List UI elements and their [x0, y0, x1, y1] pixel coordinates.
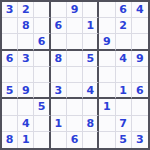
- cell-r1c5-given[interactable]: 9: [67, 2, 83, 18]
- cell-r6c2-given[interactable]: 9: [18, 83, 34, 99]
- cell-r5c8-empty[interactable]: [116, 67, 132, 83]
- cell-r8c8-given[interactable]: 7: [116, 116, 132, 132]
- cell-r7c7-given[interactable]: 1: [99, 99, 115, 115]
- cell-r2c6-given[interactable]: 1: [83, 18, 99, 34]
- cell-r5c6-empty[interactable]: [83, 67, 99, 83]
- cell-r7c2-empty[interactable]: [18, 99, 34, 115]
- cell-r8c2-given[interactable]: 4: [18, 116, 34, 132]
- cell-r7c6-empty[interactable]: [83, 99, 99, 115]
- cell-r5c7-empty[interactable]: [99, 67, 115, 83]
- cell-r3c1-empty[interactable]: [2, 34, 18, 50]
- cell-r9c7-empty[interactable]: [99, 132, 115, 148]
- cell-r1c8-given[interactable]: 6: [116, 2, 132, 18]
- cell-r1c9-given[interactable]: 4: [132, 2, 148, 18]
- sudoku-board: 3296486126963854959341651418781653: [0, 0, 150, 150]
- cell-r6c5-empty[interactable]: [67, 83, 83, 99]
- cell-r4c9-given[interactable]: 9: [132, 51, 148, 67]
- cell-r2c3-empty[interactable]: [34, 18, 50, 34]
- cell-r2c8-given[interactable]: 2: [116, 18, 132, 34]
- cell-r9c9-given[interactable]: 3: [132, 132, 148, 148]
- cell-r7c4-empty[interactable]: [51, 99, 67, 115]
- cell-r5c9-empty[interactable]: [132, 67, 148, 83]
- cell-r4c6-given[interactable]: 5: [83, 51, 99, 67]
- cell-r6c1-given[interactable]: 5: [2, 83, 18, 99]
- cell-r4c7-empty[interactable]: [99, 51, 115, 67]
- cell-r3c8-empty[interactable]: [116, 34, 132, 50]
- cell-r8c9-empty[interactable]: [132, 116, 148, 132]
- cell-r1c1-given[interactable]: 3: [2, 2, 18, 18]
- cell-r9c6-empty[interactable]: [83, 132, 99, 148]
- cell-r4c4-given[interactable]: 8: [51, 51, 67, 67]
- cell-r5c2-empty[interactable]: [18, 67, 34, 83]
- cell-r3c3-given[interactable]: 6: [34, 34, 50, 50]
- cell-r9c3-empty[interactable]: [34, 132, 50, 148]
- cell-r7c3-given[interactable]: 5: [34, 99, 50, 115]
- cell-r3c9-empty[interactable]: [132, 34, 148, 50]
- cell-r6c4-given[interactable]: 3: [51, 83, 67, 99]
- cell-r9c4-empty[interactable]: [51, 132, 67, 148]
- cell-r4c8-given[interactable]: 4: [116, 51, 132, 67]
- cell-r6c7-empty[interactable]: [99, 83, 115, 99]
- cell-r2c4-given[interactable]: 6: [51, 18, 67, 34]
- cell-r5c1-empty[interactable]: [2, 67, 18, 83]
- cell-r4c5-empty[interactable]: [67, 51, 83, 67]
- cell-r8c3-empty[interactable]: [34, 116, 50, 132]
- cell-r7c8-empty[interactable]: [116, 99, 132, 115]
- cell-r7c1-empty[interactable]: [2, 99, 18, 115]
- cell-r9c5-given[interactable]: 6: [67, 132, 83, 148]
- cell-r5c5-empty[interactable]: [67, 67, 83, 83]
- cell-r2c7-empty[interactable]: [99, 18, 115, 34]
- cell-r4c2-given[interactable]: 3: [18, 51, 34, 67]
- cell-r1c4-empty[interactable]: [51, 2, 67, 18]
- cell-r3c7-given[interactable]: 9: [99, 34, 115, 50]
- cell-r1c3-empty[interactable]: [34, 2, 50, 18]
- cell-r2c5-empty[interactable]: [67, 18, 83, 34]
- cell-r3c5-empty[interactable]: [67, 34, 83, 50]
- cell-r6c8-given[interactable]: 1: [116, 83, 132, 99]
- cell-r9c2-given[interactable]: 1: [18, 132, 34, 148]
- cell-r2c1-empty[interactable]: [2, 18, 18, 34]
- cell-r3c2-empty[interactable]: [18, 34, 34, 50]
- cell-r6c6-given[interactable]: 4: [83, 83, 99, 99]
- cell-r4c1-given[interactable]: 6: [2, 51, 18, 67]
- cell-r7c5-empty[interactable]: [67, 99, 83, 115]
- cell-r8c1-empty[interactable]: [2, 116, 18, 132]
- cell-r1c2-given[interactable]: 2: [18, 2, 34, 18]
- cell-r8c7-empty[interactable]: [99, 116, 115, 132]
- cell-r5c4-empty[interactable]: [51, 67, 67, 83]
- cell-r6c9-given[interactable]: 6: [132, 83, 148, 99]
- cell-r2c9-empty[interactable]: [132, 18, 148, 34]
- cell-r4c3-empty[interactable]: [34, 51, 50, 67]
- cell-r8c5-empty[interactable]: [67, 116, 83, 132]
- cell-r6c3-empty[interactable]: [34, 83, 50, 99]
- cell-r8c4-given[interactable]: 1: [51, 116, 67, 132]
- cell-r5c3-empty[interactable]: [34, 67, 50, 83]
- cell-r1c6-empty[interactable]: [83, 2, 99, 18]
- cell-r2c2-given[interactable]: 8: [18, 18, 34, 34]
- cell-r7c9-empty[interactable]: [132, 99, 148, 115]
- cell-r9c1-given[interactable]: 8: [2, 132, 18, 148]
- cell-r8c6-given[interactable]: 8: [83, 116, 99, 132]
- cell-r9c8-given[interactable]: 5: [116, 132, 132, 148]
- cell-r1c7-empty[interactable]: [99, 2, 115, 18]
- cell-r3c6-empty[interactable]: [83, 34, 99, 50]
- cell-r3c4-empty[interactable]: [51, 34, 67, 50]
